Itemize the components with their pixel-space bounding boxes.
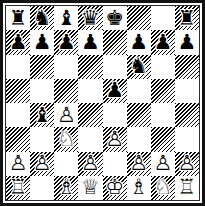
square-e1[interactable]: ♚♔ bbox=[103, 176, 127, 200]
white-pawn[interactable]: ♟♙ bbox=[127, 152, 151, 176]
square-c3[interactable]: ♞♘ bbox=[54, 127, 78, 151]
square-h5[interactable] bbox=[175, 79, 199, 103]
white-piece-outline-glyph: ♙ bbox=[6, 152, 30, 176]
white-pawn[interactable]: ♟♙ bbox=[54, 103, 78, 127]
white-rook[interactable]: ♜♖ bbox=[175, 176, 199, 200]
white-piece-outline-glyph: ♙ bbox=[78, 152, 102, 176]
square-d3[interactable] bbox=[78, 127, 102, 151]
white-knight[interactable]: ♞♘ bbox=[54, 127, 78, 151]
white-piece-outline-glyph: ♖ bbox=[175, 176, 199, 200]
black-pawn[interactable]: ♟ bbox=[78, 30, 102, 54]
square-g4[interactable] bbox=[151, 103, 175, 127]
black-piece-glyph: ♝ bbox=[54, 6, 78, 30]
white-pawn[interactable]: ♟♙ bbox=[151, 152, 175, 176]
square-a1[interactable]: ♜♖ bbox=[6, 176, 30, 200]
square-c6[interactable] bbox=[54, 55, 78, 79]
square-d1[interactable]: ♛♕ bbox=[78, 176, 102, 200]
black-rook[interactable]: ♜ bbox=[175, 6, 199, 30]
square-h3[interactable] bbox=[175, 127, 199, 151]
square-f5[interactable] bbox=[127, 79, 151, 103]
white-pawn[interactable]: ♟♙ bbox=[6, 152, 30, 176]
black-pawn[interactable]: ♟ bbox=[175, 30, 199, 54]
black-pawn[interactable]: ♟ bbox=[127, 30, 151, 54]
square-h6[interactable] bbox=[175, 55, 199, 79]
square-a8[interactable]: ♜ bbox=[6, 6, 30, 30]
square-c1[interactable]: ♝♗ bbox=[54, 176, 78, 200]
black-piece-glyph: ♞ bbox=[127, 55, 151, 79]
black-piece-glyph: ♞ bbox=[30, 6, 54, 30]
white-bishop[interactable]: ♝♗ bbox=[127, 176, 151, 200]
white-piece-outline-glyph: ♙ bbox=[175, 152, 199, 176]
square-e5[interactable]: ♟ bbox=[103, 79, 127, 103]
black-bishop[interactable]: ♝ bbox=[54, 6, 78, 30]
square-f4[interactable] bbox=[127, 103, 151, 127]
black-piece-glyph: ♟ bbox=[151, 30, 175, 54]
white-piece-outline-glyph: ♗ bbox=[127, 176, 151, 200]
black-piece-glyph: ♚ bbox=[103, 6, 127, 30]
chess-board: ♜♞♝♛♚♜♟♟♟♟♟♟♟♞♟♝♟♙♞♘♟♙♟♙♟♙♟♙♟♙♟♙♟♙♜♖♝♗♛♕… bbox=[5, 5, 200, 201]
square-f3[interactable] bbox=[127, 127, 151, 151]
square-d4[interactable] bbox=[78, 103, 102, 127]
white-pawn[interactable]: ♟♙ bbox=[175, 152, 199, 176]
square-c2[interactable] bbox=[54, 152, 78, 176]
white-piece-outline-glyph: ♙ bbox=[127, 152, 151, 176]
square-d8[interactable]: ♛ bbox=[78, 6, 102, 30]
square-d7[interactable]: ♟ bbox=[78, 30, 102, 54]
square-e3[interactable]: ♟♙ bbox=[103, 127, 127, 151]
square-h8[interactable]: ♜ bbox=[175, 6, 199, 30]
white-rook[interactable]: ♜♖ bbox=[6, 176, 30, 200]
square-g8[interactable] bbox=[151, 6, 175, 30]
black-pawn[interactable]: ♟ bbox=[103, 79, 127, 103]
square-h2[interactable]: ♟♙ bbox=[175, 152, 199, 176]
white-knight[interactable]: ♞♘ bbox=[151, 176, 175, 200]
square-c7[interactable]: ♟ bbox=[54, 30, 78, 54]
square-b2[interactable]: ♟♙ bbox=[30, 152, 54, 176]
square-b6[interactable] bbox=[30, 55, 54, 79]
black-piece-glyph: ♟ bbox=[78, 30, 102, 54]
square-g7[interactable]: ♟ bbox=[151, 30, 175, 54]
square-e6[interactable] bbox=[103, 55, 127, 79]
square-a5[interactable] bbox=[6, 79, 30, 103]
square-f2[interactable]: ♟♙ bbox=[127, 152, 151, 176]
white-piece-outline-glyph: ♕ bbox=[78, 176, 102, 200]
square-d6[interactable] bbox=[78, 55, 102, 79]
square-a4[interactable] bbox=[6, 103, 30, 127]
white-pawn[interactable]: ♟♙ bbox=[78, 152, 102, 176]
black-king[interactable]: ♚ bbox=[103, 6, 127, 30]
white-piece-outline-glyph: ♗ bbox=[54, 176, 78, 200]
square-g6[interactable] bbox=[151, 55, 175, 79]
square-e8[interactable]: ♚ bbox=[103, 6, 127, 30]
white-bishop[interactable]: ♝♗ bbox=[54, 176, 78, 200]
square-d2[interactable]: ♟♙ bbox=[78, 152, 102, 176]
square-c8[interactable]: ♝ bbox=[54, 6, 78, 30]
square-a7[interactable]: ♟ bbox=[6, 30, 30, 54]
black-knight[interactable]: ♞ bbox=[127, 55, 151, 79]
square-a6[interactable] bbox=[6, 55, 30, 79]
square-g3[interactable] bbox=[151, 127, 175, 151]
black-piece-glyph: ♟ bbox=[175, 30, 199, 54]
square-b1[interactable] bbox=[30, 176, 54, 200]
square-f8[interactable] bbox=[127, 6, 151, 30]
black-piece-glyph: ♟ bbox=[30, 30, 54, 54]
black-piece-glyph: ♛ bbox=[78, 6, 102, 30]
square-h1[interactable]: ♜♖ bbox=[175, 176, 199, 200]
white-piece-outline-glyph: ♙ bbox=[103, 127, 127, 151]
black-piece-glyph: ♝ bbox=[30, 103, 54, 127]
black-pawn[interactable]: ♟ bbox=[30, 30, 54, 54]
black-knight[interactable]: ♞ bbox=[30, 6, 54, 30]
square-d5[interactable] bbox=[78, 79, 102, 103]
square-c5[interactable] bbox=[54, 79, 78, 103]
black-piece-glyph: ♟ bbox=[103, 79, 127, 103]
square-f6[interactable]: ♞ bbox=[127, 55, 151, 79]
white-piece-outline-glyph: ♖ bbox=[6, 176, 30, 200]
black-piece-glyph: ♜ bbox=[175, 6, 199, 30]
black-piece-glyph: ♟ bbox=[127, 30, 151, 54]
white-pawn[interactable]: ♟♙ bbox=[103, 127, 127, 151]
square-h4[interactable] bbox=[175, 103, 199, 127]
chess-diagram-frame: ♜♞♝♛♚♜♟♟♟♟♟♟♟♞♟♝♟♙♞♘♟♙♟♙♟♙♟♙♟♙♟♙♟♙♜♖♝♗♛♕… bbox=[0, 0, 205, 206]
white-queen[interactable]: ♛♕ bbox=[78, 176, 102, 200]
white-piece-outline-glyph: ♙ bbox=[54, 103, 78, 127]
black-piece-glyph: ♟ bbox=[54, 30, 78, 54]
white-piece-outline-glyph: ♙ bbox=[30, 152, 54, 176]
black-queen[interactable]: ♛ bbox=[78, 6, 102, 30]
square-h7[interactable]: ♟ bbox=[175, 30, 199, 54]
square-g1[interactable]: ♞♘ bbox=[151, 176, 175, 200]
square-e4[interactable] bbox=[103, 103, 127, 127]
square-b4[interactable]: ♝ bbox=[30, 103, 54, 127]
white-king[interactable]: ♚♔ bbox=[103, 176, 127, 200]
black-pawn[interactable]: ♟ bbox=[54, 30, 78, 54]
square-a3[interactable] bbox=[6, 127, 30, 151]
black-bishop[interactable]: ♝ bbox=[30, 103, 54, 127]
black-pawn[interactable]: ♟ bbox=[151, 30, 175, 54]
black-rook[interactable]: ♜ bbox=[6, 6, 30, 30]
white-piece-outline-glyph: ♘ bbox=[54, 127, 78, 151]
square-f7[interactable]: ♟ bbox=[127, 30, 151, 54]
square-b8[interactable]: ♞ bbox=[30, 6, 54, 30]
square-g2[interactable]: ♟♙ bbox=[151, 152, 175, 176]
square-g5[interactable] bbox=[151, 79, 175, 103]
white-piece-outline-glyph: ♘ bbox=[151, 176, 175, 200]
square-b5[interactable] bbox=[30, 79, 54, 103]
white-pawn[interactable]: ♟♙ bbox=[30, 152, 54, 176]
square-b7[interactable]: ♟ bbox=[30, 30, 54, 54]
square-b3[interactable] bbox=[30, 127, 54, 151]
black-pawn[interactable]: ♟ bbox=[6, 30, 30, 54]
square-e7[interactable] bbox=[103, 30, 127, 54]
square-a2[interactable]: ♟♙ bbox=[6, 152, 30, 176]
square-c4[interactable]: ♟♙ bbox=[54, 103, 78, 127]
white-piece-outline-glyph: ♙ bbox=[151, 152, 175, 176]
square-e2[interactable] bbox=[103, 152, 127, 176]
black-piece-glyph: ♜ bbox=[6, 6, 30, 30]
square-f1[interactable]: ♝♗ bbox=[127, 176, 151, 200]
white-piece-outline-glyph: ♔ bbox=[103, 176, 127, 200]
black-piece-glyph: ♟ bbox=[6, 30, 30, 54]
